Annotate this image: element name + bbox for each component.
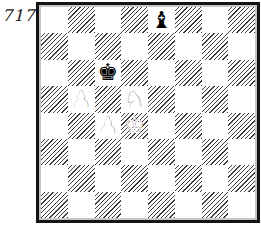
square-b8 [68,7,95,33]
square-h1 [228,192,255,218]
square-a4 [41,113,68,139]
square-e2 [148,165,175,191]
square-f8 [175,7,202,33]
piece-white-pawn-c4: ♙ [95,113,122,139]
square-c7 [95,33,122,59]
square-a1 [41,192,68,218]
square-h8 [228,7,255,33]
square-f2 [175,165,202,191]
square-d7 [121,33,148,59]
square-h7 [228,33,255,59]
square-g3 [202,139,229,165]
square-g6 [202,60,229,86]
square-f3 [175,139,202,165]
square-c2 [95,165,122,191]
square-h4 [228,113,255,139]
square-h5 [228,86,255,112]
square-e8: ♝ [148,7,175,33]
square-b7 [68,33,95,59]
square-d3 [121,139,148,165]
square-b6 [68,60,95,86]
square-d4: ♔ [121,113,148,139]
square-h2 [228,165,255,191]
square-a6 [41,60,68,86]
square-c8 [95,7,122,33]
square-e3 [148,139,175,165]
square-g5 [202,86,229,112]
square-d8 [121,7,148,33]
square-a2 [41,165,68,191]
square-g8 [202,7,229,33]
square-c4: ♙ [95,113,122,139]
square-b2 [68,165,95,191]
square-c5 [95,86,122,112]
square-c3 [95,139,122,165]
problem-number: 717 [2,6,35,25]
piece-black-bishop-e8: ♝ [148,7,175,33]
square-c1 [95,192,122,218]
square-a5 [41,86,68,112]
square-d1 [121,192,148,218]
square-g1 [202,192,229,218]
page: 717 ♝♚♙♘♙♔ [0,0,261,226]
square-c6: ♚ [95,60,122,86]
square-g2 [202,165,229,191]
square-f4 [175,113,202,139]
square-a3 [41,139,68,165]
chessboard: ♝♚♙♘♙♔ [36,2,260,223]
square-e7 [148,33,175,59]
square-f5 [175,86,202,112]
square-f1 [175,192,202,218]
square-g4 [202,113,229,139]
square-h6 [228,60,255,86]
square-a7 [41,33,68,59]
square-h3 [228,139,255,165]
square-b1 [68,192,95,218]
square-b5: ♙ [68,86,95,112]
square-e6 [148,60,175,86]
square-f7 [175,33,202,59]
square-e5 [148,86,175,112]
square-b3 [68,139,95,165]
square-b4 [68,113,95,139]
piece-black-king-c6: ♚ [95,60,122,86]
piece-white-king-d4: ♔ [121,113,148,139]
square-d5: ♘ [121,86,148,112]
square-f6 [175,60,202,86]
square-g7 [202,33,229,59]
square-e1 [148,192,175,218]
square-d2 [121,165,148,191]
square-e4 [148,113,175,139]
piece-white-pawn-b5: ♙ [68,86,95,112]
square-a8 [41,7,68,33]
piece-white-knight-d5: ♘ [121,86,148,112]
square-d6 [121,60,148,86]
chessboard-grid: ♝♚♙♘♙♔ [39,5,257,220]
